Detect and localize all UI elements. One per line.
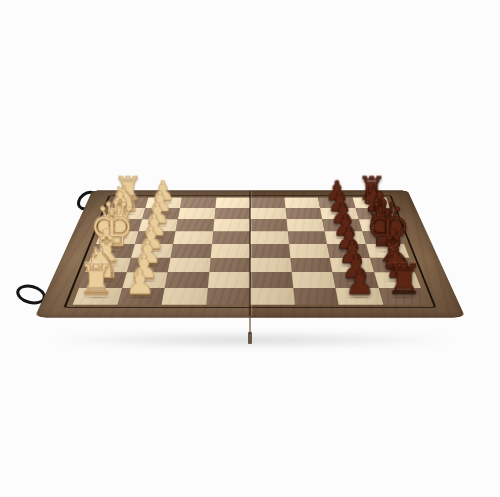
chess-board-3d: ♜♟♟♜♞♟♟♞♝♟♟♝♛♟♟♛♚♟♟♚♝♟♟♝♞♟♟♞♜♟♟♜ [34,190,465,318]
piece-wrap: ♜ [378,288,427,305]
square-e7: ♟ [327,244,369,258]
square-f1: ♝ [85,258,130,273]
piece-wrap: ♞ [79,272,126,288]
square-a1: ♜ [110,197,148,208]
square-a4 [215,197,250,208]
piece-wrap: ♚ [91,244,135,258]
square-e4 [210,244,250,258]
square-b1: ♞ [106,208,145,219]
square-a7: ♟ [318,197,355,208]
square-h1: ♜ [73,288,122,305]
square-a8: ♜ [352,197,390,208]
fold-notch [248,332,252,344]
square-h7: ♟ [335,288,383,305]
board-face: ♜♟♟♜♞♟♟♞♝♟♟♝♛♟♟♛♚♟♟♚♝♟♟♝♞♟♟♞♜♟♟♜ [34,190,465,318]
piece-wrap: ♟ [320,208,358,219]
piece-wrap: ♟ [131,244,173,258]
square-d1: ♛ [96,231,138,244]
piece-wrap: ♟ [142,208,180,219]
square-h5 [250,288,294,305]
piece-wrap: ♟ [325,231,366,244]
square-h6 [293,288,339,305]
square-a3 [180,197,216,208]
square-g1: ♞ [79,272,126,288]
piece-wrap: ♟ [330,258,374,273]
square-g4 [207,272,250,288]
square-b6 [285,208,322,219]
piece-wrap: ♟ [335,288,383,305]
square-d7: ♟ [325,231,366,244]
piece-wrap: ♟ [318,197,355,208]
piece-wrap: ♞ [374,272,421,288]
piece-wrap: ♛ [96,231,138,244]
board-side-pine [30,316,470,346]
square-d2: ♟ [135,231,176,244]
square-b8: ♞ [355,208,394,219]
square-e5 [250,244,290,258]
square-h8: ♜ [378,288,427,305]
square-b2: ♟ [142,208,180,219]
square-f6 [290,258,333,273]
square-f2: ♟ [126,258,170,273]
white-rook-a1: ♜ [114,173,143,206]
square-d4 [212,231,251,244]
piece-wrap: ♜ [110,197,148,208]
square-h3 [161,288,207,305]
square-f4 [209,258,250,273]
square-d3 [173,231,213,244]
square-e8: ♚ [366,244,410,258]
square-d5 [250,231,289,244]
piece-wrap: ♟ [145,197,182,208]
piece-wrap: ♜ [352,197,390,208]
square-g8: ♞ [374,272,421,288]
square-g5 [250,272,293,288]
piece-wrap: ♞ [355,208,394,219]
square-f5 [250,258,291,273]
product-photo: ♜♟♟♜♞♟♟♞♝♟♟♝♛♟♟♛♚♟♟♚♝♟♟♝♞♟♟♞♜♟♟♜ [0,0,500,497]
square-e3 [170,244,211,258]
square-h4 [206,288,250,305]
square-h2: ♟ [117,288,165,305]
square-a6 [284,197,320,208]
piece-wrap: ♞ [106,208,145,219]
square-g2: ♟ [122,272,168,288]
piece-wrap: ♝ [369,258,414,273]
square-a2: ♟ [145,197,182,208]
square-b4 [214,208,250,219]
square-e2: ♟ [131,244,173,258]
square-f3 [168,258,211,273]
piece-wrap: ♟ [122,272,168,288]
square-d8: ♛ [362,231,404,244]
piece-wrap: ♟ [327,244,369,258]
square-g7: ♟ [332,272,378,288]
square-e6 [289,244,330,258]
piece-wrap: ♟ [117,288,165,305]
square-b3 [178,208,215,219]
square-a5 [250,197,285,208]
black-rook-a8: ♜ [357,173,386,206]
piece-wrap: ♛ [362,231,404,244]
square-e1: ♚ [91,244,135,258]
piece-wrap: ♟ [332,272,378,288]
square-d6 [287,231,327,244]
square-b5 [250,208,286,219]
square-f7: ♟ [330,258,374,273]
square-g6 [291,272,335,288]
square-g3 [165,272,209,288]
square-b7: ♟ [320,208,358,219]
piece-wrap: ♟ [126,258,170,273]
piece-wrap: ♜ [73,288,122,305]
square-f8: ♝ [369,258,414,273]
piece-wrap: ♟ [135,231,176,244]
piece-wrap: ♝ [85,258,130,273]
piece-wrap: ♚ [366,244,410,258]
